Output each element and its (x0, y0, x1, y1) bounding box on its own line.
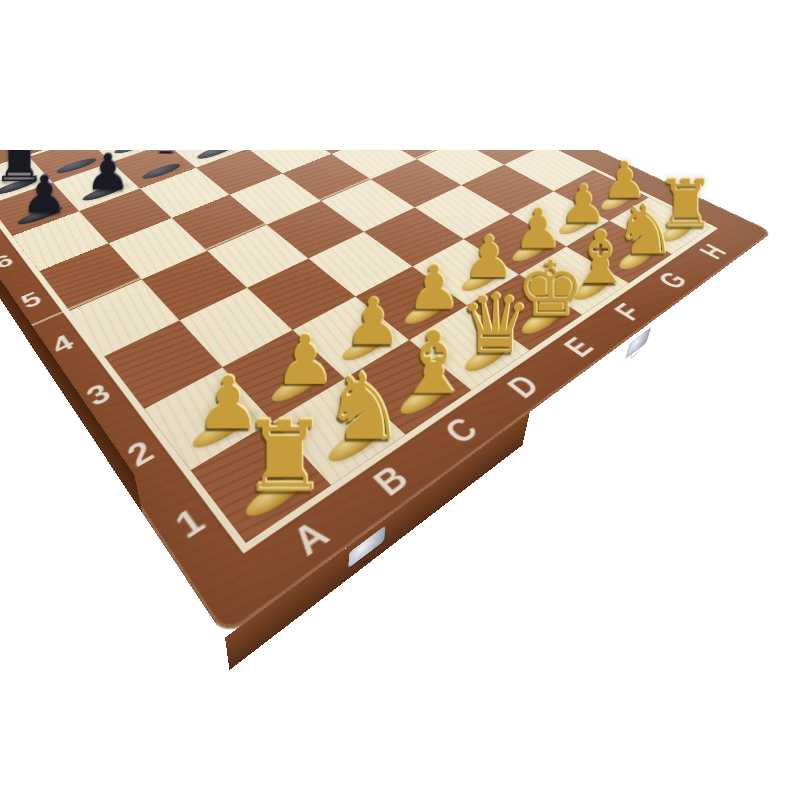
photo-crop-white-band (0, 0, 800, 150)
chess-set-photo: ♜♞♝♛♚♝♞♜♟♟♟♟♟♟♟♟♟♟♟♟♟♟♟♟♜♞♝♛♚♝♞♜ ABCDEFG… (0, 0, 800, 800)
